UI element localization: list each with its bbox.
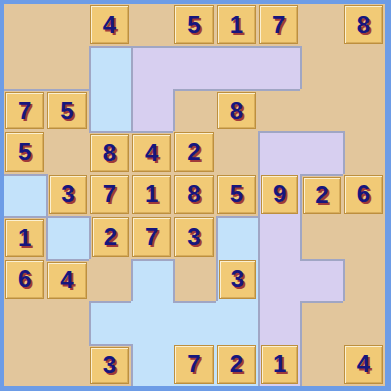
cell-r0c7[interactable] xyxy=(300,4,342,46)
tile-4[interactable]: 4 xyxy=(47,262,86,299)
cell-r0c2[interactable]: 4 xyxy=(89,4,131,46)
cell-r3c6[interactable] xyxy=(258,131,300,173)
cell-r7c6[interactable] xyxy=(258,301,300,343)
tile-digit: 3 xyxy=(103,353,116,377)
tile-digit: 4 xyxy=(60,268,73,292)
cell-r8c1[interactable] xyxy=(46,344,88,386)
tile-digit: 2 xyxy=(315,183,328,207)
tile-digit: 7 xyxy=(187,352,200,376)
cell-r1c4[interactable] xyxy=(173,46,215,88)
tile-digit: 3 xyxy=(61,182,74,206)
tile-6[interactable]: 6 xyxy=(344,175,383,214)
tile-digit: 2 xyxy=(230,352,243,376)
cell-r1c7[interactable] xyxy=(300,46,342,88)
tile-digit: 5 xyxy=(18,140,31,164)
cell-r1c5[interactable] xyxy=(216,46,258,88)
cell-r1c0[interactable] xyxy=(4,46,46,88)
cell-r5c2[interactable]: 2 xyxy=(89,216,131,258)
cell-r6c7[interactable] xyxy=(300,259,342,301)
cell-r3c4[interactable]: 2 xyxy=(173,131,215,173)
tile-digit: 7 xyxy=(18,99,31,123)
cell-r7c7[interactable] xyxy=(300,301,342,343)
tile-digit: 4 xyxy=(103,13,116,37)
cell-r2c8[interactable] xyxy=(343,89,385,131)
tile-5[interactable]: 5 xyxy=(174,5,213,44)
cell-r8c2[interactable]: 3 xyxy=(89,344,131,386)
tile-2[interactable]: 2 xyxy=(92,217,129,256)
cell-r7c4[interactable] xyxy=(173,301,215,343)
tile-digit: 4 xyxy=(357,352,370,376)
cell-r4c5[interactable]: 5 xyxy=(216,174,258,216)
cell-r4c8[interactable]: 6 xyxy=(343,174,385,216)
tile-digit: 2 xyxy=(104,225,117,249)
tile-digit: 5 xyxy=(60,99,73,123)
cell-r4c6[interactable]: 9 xyxy=(258,174,300,216)
cell-r8c3[interactable] xyxy=(131,344,173,386)
cell-r7c2[interactable] xyxy=(89,301,131,343)
tile-8[interactable]: 8 xyxy=(217,92,256,129)
cell-r0c5[interactable]: 1 xyxy=(216,4,258,46)
tile-2[interactable]: 2 xyxy=(217,345,256,384)
cell-r8c5[interactable]: 2 xyxy=(216,344,258,386)
cell-r2c7[interactable] xyxy=(300,89,342,131)
cell-r7c0[interactable] xyxy=(4,301,46,343)
cell-r7c5[interactable] xyxy=(216,301,258,343)
cell-r8c8[interactable]: 4 xyxy=(343,344,385,386)
tile-7[interactable]: 7 xyxy=(259,5,298,44)
cell-r5c4[interactable]: 3 xyxy=(173,216,215,258)
tile-digit: 1 xyxy=(145,182,158,206)
cell-r0c4[interactable]: 5 xyxy=(173,4,215,46)
cell-r2c1[interactable]: 5 xyxy=(46,89,88,131)
cell-r2c0[interactable]: 7 xyxy=(4,89,46,131)
cell-r7c1[interactable] xyxy=(46,301,88,343)
tile-digit: 5 xyxy=(187,13,200,37)
cell-r1c6[interactable] xyxy=(258,46,300,88)
tile-5[interactable]: 5 xyxy=(5,132,44,171)
cell-r2c5[interactable]: 8 xyxy=(216,89,258,131)
cell-r8c6[interactable]: 1 xyxy=(258,344,300,386)
cell-r2c4[interactable] xyxy=(173,89,215,131)
cell-r6c6[interactable] xyxy=(258,259,300,301)
cell-r5c1[interactable] xyxy=(46,216,88,258)
cell-r5c5[interactable] xyxy=(216,216,258,258)
cell-r5c0[interactable]: 1 xyxy=(4,216,46,258)
cell-r4c0[interactable] xyxy=(4,174,46,216)
cell-r4c7[interactable]: 2 xyxy=(300,174,342,216)
tile-digit: 6 xyxy=(18,267,31,291)
tile-4[interactable]: 4 xyxy=(132,134,171,171)
tile-1[interactable]: 1 xyxy=(261,345,298,384)
tile-8[interactable]: 8 xyxy=(174,175,213,214)
sudoku-grid: 45178758584237185926127364337214 xyxy=(4,4,385,386)
tile-1[interactable]: 1 xyxy=(132,175,171,214)
cell-r3c1[interactable] xyxy=(46,131,88,173)
cell-r6c8[interactable] xyxy=(343,259,385,301)
tile-1[interactable]: 1 xyxy=(5,219,44,256)
cell-r0c1[interactable] xyxy=(46,4,88,46)
tile-digit: 1 xyxy=(230,13,243,37)
tile-digit: 3 xyxy=(231,267,244,291)
cell-r7c8[interactable] xyxy=(343,301,385,343)
cell-r0c8[interactable]: 8 xyxy=(343,4,385,46)
tile-7[interactable]: 7 xyxy=(5,92,44,129)
cell-r8c7[interactable] xyxy=(300,344,342,386)
cell-r5c8[interactable] xyxy=(343,216,385,258)
tile-3[interactable]: 3 xyxy=(174,217,213,256)
cell-r1c8[interactable] xyxy=(343,46,385,88)
cell-r4c3[interactable]: 1 xyxy=(131,174,173,216)
cell-r6c4[interactable] xyxy=(173,259,215,301)
tile-digit: 8 xyxy=(357,13,370,37)
cell-r8c0[interactable] xyxy=(4,344,46,386)
cell-r2c6[interactable] xyxy=(258,89,300,131)
tile-digit: 7 xyxy=(145,225,158,249)
tile-8[interactable]: 8 xyxy=(90,134,129,171)
cell-r6c1[interactable]: 4 xyxy=(46,259,88,301)
tile-5[interactable]: 5 xyxy=(217,175,256,214)
cell-r2c2[interactable] xyxy=(89,89,131,131)
tile-3[interactable]: 3 xyxy=(90,347,129,384)
tile-8[interactable]: 8 xyxy=(344,5,383,44)
tile-digit: 8 xyxy=(103,141,116,165)
tile-digit: 4 xyxy=(145,141,158,165)
cell-r3c2[interactable]: 8 xyxy=(89,131,131,173)
tile-3[interactable]: 3 xyxy=(219,260,256,299)
tile-5[interactable]: 5 xyxy=(47,92,86,129)
cell-r6c2[interactable] xyxy=(89,259,131,301)
cell-r0c0[interactable] xyxy=(4,4,46,46)
tile-3[interactable]: 3 xyxy=(49,175,86,214)
tile-digit: 8 xyxy=(230,99,243,123)
tile-digit: 6 xyxy=(357,182,370,206)
cell-r0c3[interactable] xyxy=(131,4,173,46)
tile-digit: 9 xyxy=(273,182,286,206)
tile-digit: 7 xyxy=(272,13,285,37)
tile-6[interactable]: 6 xyxy=(5,260,44,299)
tile-4[interactable]: 4 xyxy=(344,345,383,384)
cell-r6c3[interactable] xyxy=(131,259,173,301)
cell-r3c5[interactable] xyxy=(216,131,258,173)
tile-digit: 1 xyxy=(273,352,286,376)
cell-r1c2[interactable] xyxy=(89,46,131,88)
cell-r3c7[interactable] xyxy=(300,131,342,173)
tile-9[interactable]: 9 xyxy=(261,175,298,214)
tile-digit: 2 xyxy=(187,140,200,164)
tile-digit: 8 xyxy=(187,182,200,206)
tile-2[interactable]: 2 xyxy=(174,132,213,171)
tile-digit: 3 xyxy=(187,225,200,249)
cell-r1c3[interactable] xyxy=(131,46,173,88)
tile-2[interactable]: 2 xyxy=(303,177,340,214)
cell-r0c6[interactable]: 7 xyxy=(258,4,300,46)
tile-7[interactable]: 7 xyxy=(132,217,171,256)
tile-digit: 7 xyxy=(103,182,116,206)
cell-r6c0[interactable]: 6 xyxy=(4,259,46,301)
cell-r1c1[interactable] xyxy=(46,46,88,88)
tile-1[interactable]: 1 xyxy=(217,5,256,44)
cell-r4c2[interactable]: 7 xyxy=(89,174,131,216)
cell-r4c4[interactable]: 8 xyxy=(173,174,215,216)
tile-7[interactable]: 7 xyxy=(174,345,213,384)
sudoku-board: 45178758584237185926127364337214 xyxy=(0,0,391,391)
cell-r2c3[interactable] xyxy=(131,89,173,131)
cell-r4c1[interactable]: 3 xyxy=(46,174,88,216)
tile-digit: 1 xyxy=(18,226,31,250)
cell-r7c3[interactable] xyxy=(131,301,173,343)
cell-r3c3[interactable]: 4 xyxy=(131,131,173,173)
cell-r3c0[interactable]: 5 xyxy=(4,131,46,173)
cell-r3c8[interactable] xyxy=(343,131,385,173)
cell-r5c6[interactable] xyxy=(258,216,300,258)
tile-7[interactable]: 7 xyxy=(90,175,129,214)
cell-r5c3[interactable]: 7 xyxy=(131,216,173,258)
cell-r6c5[interactable]: 3 xyxy=(216,259,258,301)
cell-r5c7[interactable] xyxy=(300,216,342,258)
tile-digit: 5 xyxy=(230,182,243,206)
tile-4[interactable]: 4 xyxy=(90,5,129,44)
cell-r8c4[interactable]: 7 xyxy=(173,344,215,386)
